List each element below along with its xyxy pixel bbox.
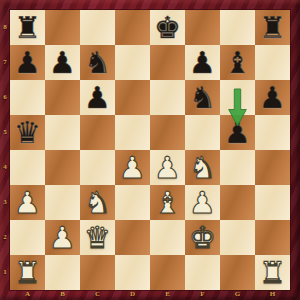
square-a7[interactable]: ♟ — [10, 45, 45, 80]
square-g4[interactable] — [220, 150, 255, 185]
square-h6[interactable]: ♟ — [255, 80, 290, 115]
rank-label-7: 7 — [0, 45, 10, 80]
piece-white-queen[interactable]: ♛ — [80, 220, 115, 255]
square-d1[interactable] — [115, 255, 150, 290]
square-a5[interactable]: ♛ — [10, 115, 45, 150]
piece-black-pawn[interactable]: ♟ — [255, 80, 290, 115]
square-e6[interactable] — [150, 80, 185, 115]
piece-black-pawn[interactable]: ♟ — [185, 45, 220, 80]
square-d6[interactable] — [115, 80, 150, 115]
piece-white-rook[interactable]: ♜ — [255, 255, 290, 290]
square-h1[interactable]: ♜ — [255, 255, 290, 290]
piece-black-knight[interactable]: ♞ — [80, 45, 115, 80]
rank-label-6: 6 — [0, 80, 10, 115]
square-b3[interactable] — [45, 185, 80, 220]
square-g5[interactable]: ♟ — [220, 115, 255, 150]
piece-black-knight[interactable]: ♞ — [185, 80, 220, 115]
piece-black-queen[interactable]: ♛ — [10, 115, 45, 150]
square-d8[interactable] — [115, 10, 150, 45]
square-h8[interactable]: ♜ — [255, 10, 290, 45]
square-b2[interactable]: ♟ — [45, 220, 80, 255]
square-g6[interactable] — [220, 80, 255, 115]
piece-black-rook[interactable]: ♜ — [10, 10, 45, 45]
square-d4[interactable]: ♟ — [115, 150, 150, 185]
piece-white-bishop[interactable]: ♝ — [150, 185, 185, 220]
square-f8[interactable] — [185, 10, 220, 45]
piece-white-knight[interactable]: ♞ — [80, 185, 115, 220]
file-label-c: C — [80, 289, 115, 300]
square-d5[interactable] — [115, 115, 150, 150]
square-c7[interactable]: ♞ — [80, 45, 115, 80]
square-a6[interactable] — [10, 80, 45, 115]
square-c1[interactable] — [80, 255, 115, 290]
piece-black-pawn[interactable]: ♟ — [10, 45, 45, 80]
file-label-g: G — [220, 289, 255, 300]
square-e1[interactable] — [150, 255, 185, 290]
square-e5[interactable] — [150, 115, 185, 150]
piece-white-pawn[interactable]: ♟ — [185, 185, 220, 220]
piece-black-rook[interactable]: ♜ — [255, 10, 290, 45]
square-e8[interactable]: ♚ — [150, 10, 185, 45]
square-c5[interactable] — [80, 115, 115, 150]
square-f4[interactable]: ♞ — [185, 150, 220, 185]
rank-label-1: 1 — [0, 255, 10, 290]
piece-white-king[interactable]: ♚ — [185, 220, 220, 255]
square-h4[interactable] — [255, 150, 290, 185]
piece-black-bishop[interactable]: ♝ — [220, 45, 255, 80]
piece-white-rook[interactable]: ♜ — [10, 255, 45, 290]
square-g8[interactable] — [220, 10, 255, 45]
square-c6[interactable]: ♟ — [80, 80, 115, 115]
piece-white-pawn[interactable]: ♟ — [10, 185, 45, 220]
file-label-f: F — [185, 289, 220, 300]
file-label-d: D — [115, 289, 150, 300]
square-e4[interactable]: ♟ — [150, 150, 185, 185]
square-a2[interactable] — [10, 220, 45, 255]
square-a8[interactable]: ♜ — [10, 10, 45, 45]
square-h3[interactable] — [255, 185, 290, 220]
square-h7[interactable] — [255, 45, 290, 80]
square-d2[interactable] — [115, 220, 150, 255]
piece-white-knight[interactable]: ♞ — [185, 150, 220, 185]
rank-label-4: 4 — [0, 150, 10, 185]
square-c4[interactable] — [80, 150, 115, 185]
square-b8[interactable] — [45, 10, 80, 45]
square-f6[interactable]: ♞ — [185, 80, 220, 115]
square-f1[interactable] — [185, 255, 220, 290]
square-g3[interactable] — [220, 185, 255, 220]
piece-white-pawn[interactable]: ♟ — [150, 150, 185, 185]
square-f2[interactable]: ♚ — [185, 220, 220, 255]
piece-white-pawn[interactable]: ♟ — [115, 150, 150, 185]
rank-label-3: 3 — [0, 185, 10, 220]
chess-board[interactable]: ♜♚♜♟♟♞♟♝♟♞♟♛♟♟♟♞♟♞♝♟♟♛♚♜♜ — [10, 10, 290, 290]
square-g1[interactable] — [220, 255, 255, 290]
piece-white-pawn[interactable]: ♟ — [45, 220, 80, 255]
file-label-a: A — [10, 289, 45, 300]
square-h2[interactable] — [255, 220, 290, 255]
piece-black-pawn[interactable]: ♟ — [80, 80, 115, 115]
square-c8[interactable] — [80, 10, 115, 45]
square-b4[interactable] — [45, 150, 80, 185]
square-b5[interactable] — [45, 115, 80, 150]
square-c2[interactable]: ♛ — [80, 220, 115, 255]
rank-label-8: 8 — [0, 10, 10, 45]
square-g2[interactable] — [220, 220, 255, 255]
chess-board-frame: 87654321 ABCDEFGH ♜♚♜♟♟♞♟♝♟♞♟♛♟♟♟♞♟♞♝♟♟♛… — [0, 0, 300, 300]
square-h5[interactable] — [255, 115, 290, 150]
piece-black-pawn[interactable]: ♟ — [45, 45, 80, 80]
square-f3[interactable]: ♟ — [185, 185, 220, 220]
square-a3[interactable]: ♟ — [10, 185, 45, 220]
square-a4[interactable] — [10, 150, 45, 185]
square-b6[interactable] — [45, 80, 80, 115]
piece-black-king[interactable]: ♚ — [150, 10, 185, 45]
piece-black-pawn[interactable]: ♟ — [220, 115, 255, 150]
square-e2[interactable] — [150, 220, 185, 255]
rank-label-2: 2 — [0, 220, 10, 255]
square-f5[interactable] — [185, 115, 220, 150]
square-d3[interactable] — [115, 185, 150, 220]
square-a1[interactable]: ♜ — [10, 255, 45, 290]
file-label-e: E — [150, 289, 185, 300]
square-d7[interactable] — [115, 45, 150, 80]
square-b1[interactable] — [45, 255, 80, 290]
file-label-b: B — [45, 289, 80, 300]
rank-label-5: 5 — [0, 115, 10, 150]
square-b7[interactable]: ♟ — [45, 45, 80, 80]
square-e3[interactable]: ♝ — [150, 185, 185, 220]
square-e7[interactable] — [150, 45, 185, 80]
file-label-h: H — [255, 289, 290, 300]
square-g7[interactable]: ♝ — [220, 45, 255, 80]
square-f7[interactable]: ♟ — [185, 45, 220, 80]
square-c3[interactable]: ♞ — [80, 185, 115, 220]
